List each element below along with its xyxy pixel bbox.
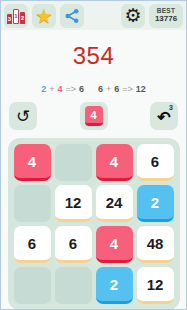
- leaderboard-button[interactable]: 3 1 2: [4, 4, 28, 28]
- cell-r3c1[interactable]: 6: [14, 226, 51, 263]
- best-value: 13776: [155, 15, 177, 23]
- cell-r2c2[interactable]: 12: [55, 185, 92, 222]
- cell-r3c4[interactable]: 48: [137, 226, 174, 263]
- cell-r4c2[interactable]: [55, 267, 92, 304]
- app-screen: 3 1 2 ★ ⚙ BEST 13776 354: [0, 0, 187, 310]
- undo-button[interactable]: 3 ↶: [150, 102, 178, 130]
- current-score: 354: [73, 42, 115, 70]
- next-tile-preview: 4: [80, 102, 108, 130]
- best-score-badge: BEST 13776: [149, 4, 183, 28]
- merge-hint-left: 2 + 4 => 6: [41, 84, 84, 94]
- hint-plus: +: [49, 84, 54, 94]
- cell-r4c1[interactable]: [14, 267, 51, 304]
- cell-r4c4[interactable]: 12: [137, 267, 174, 304]
- undo-arrow-icon: ↶: [157, 110, 170, 126]
- game-board[interactable]: 4461224266448212: [8, 138, 180, 310]
- star-icon: ★: [35, 6, 53, 26]
- cell-r1c3[interactable]: 4: [96, 144, 133, 181]
- share-button[interactable]: [60, 4, 84, 28]
- podium-bar-2: 2: [20, 12, 25, 24]
- next-tile: 4: [85, 106, 103, 126]
- hint-arrow: =>: [122, 84, 133, 94]
- cell-r3c2[interactable]: 6: [55, 226, 92, 263]
- hint-arrow: =>: [65, 84, 76, 94]
- hint-result: 6: [79, 84, 84, 94]
- cell-r2c3[interactable]: 24: [96, 185, 133, 222]
- undo-count-badge: 3: [169, 104, 173, 111]
- cell-r1c1[interactable]: 4: [14, 144, 51, 181]
- hint-result: 12: [136, 84, 146, 94]
- hint-operand: 6: [98, 84, 103, 94]
- restart-icon: ↺: [16, 108, 30, 125]
- hint-operand: 6: [114, 84, 119, 94]
- podium-bar-3: 3: [7, 14, 12, 24]
- hint-operand: 2: [41, 84, 46, 94]
- board-grid[interactable]: 4461224266448212: [14, 144, 174, 304]
- cell-r1c2[interactable]: [55, 144, 92, 181]
- restart-button[interactable]: ↺: [9, 102, 37, 130]
- hint-plus: +: [106, 84, 111, 94]
- cell-r3c3[interactable]: 4: [96, 226, 133, 263]
- settings-button[interactable]: ⚙: [121, 4, 145, 28]
- cell-r4c3[interactable]: 2: [96, 267, 133, 304]
- merge-hint-right: 6 + 6 => 12: [98, 84, 146, 94]
- gear-icon: ⚙: [124, 6, 141, 25]
- top-bar: 3 1 2 ★ ⚙ BEST 13776: [1, 1, 186, 30]
- cell-r2c4[interactable]: 2: [137, 185, 174, 222]
- hint-operand: 4: [57, 84, 62, 94]
- rate-button[interactable]: ★: [32, 4, 56, 28]
- share-icon: [64, 8, 80, 24]
- score-area: 354: [1, 30, 186, 82]
- cell-r2c1[interactable]: [14, 185, 51, 222]
- merge-hint: 2 + 4 => 6 6 + 6 => 12: [1, 82, 186, 96]
- podium-leaderboard-icon: 3 1 2: [7, 8, 25, 24]
- toolbar: ↺ 4 3 ↶: [1, 102, 186, 130]
- cell-r1c4[interactable]: 6: [137, 144, 174, 181]
- podium-bar-1: 1: [13, 9, 19, 24]
